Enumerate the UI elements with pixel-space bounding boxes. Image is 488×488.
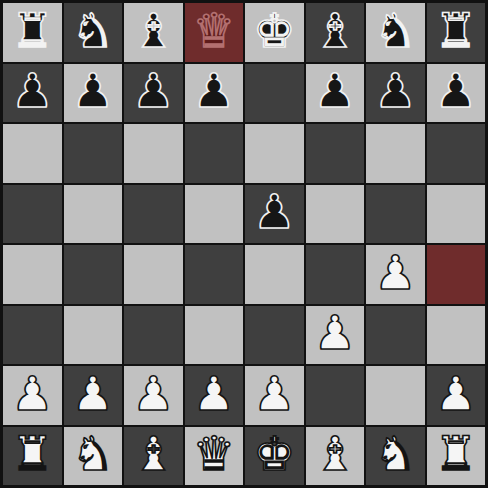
square-f5[interactable] [306,185,365,244]
square-e7[interactable] [245,64,304,123]
square-h7[interactable]: ♟ [427,64,486,123]
black-pawn-piece: ♟ [72,67,114,114]
square-d8[interactable]: ♛ [185,3,244,62]
square-b4[interactable] [64,245,123,304]
square-b6[interactable] [64,124,123,183]
square-d4[interactable] [185,245,244,304]
black-rook-piece: ♜ [11,7,53,54]
square-e5[interactable]: ♟ [245,185,304,244]
square-c5[interactable] [124,185,183,244]
square-c2[interactable]: ♟ [124,366,183,425]
black-pawn-piece: ♟ [435,67,477,114]
square-c3[interactable] [124,306,183,365]
square-h8[interactable]: ♜ [427,3,486,62]
white-pawn-piece: ♟ [314,309,356,356]
square-a5[interactable] [3,185,62,244]
square-e8[interactable]: ♚ [245,3,304,62]
black-bishop-piece: ♝ [132,7,174,54]
square-g3[interactable] [366,306,425,365]
square-a8[interactable]: ♜ [3,3,62,62]
square-c7[interactable]: ♟ [124,64,183,123]
white-king-piece: ♚ [253,430,295,477]
square-b5[interactable] [64,185,123,244]
square-c1[interactable]: ♝ [124,427,183,486]
black-knight-piece: ♞ [72,7,114,54]
square-d3[interactable] [185,306,244,365]
square-f7[interactable]: ♟ [306,64,365,123]
black-pawn-piece: ♟ [314,67,356,114]
square-a6[interactable] [3,124,62,183]
square-b8[interactable]: ♞ [64,3,123,62]
square-a1[interactable]: ♜ [3,427,62,486]
square-a3[interactable] [3,306,62,365]
white-bishop-piece: ♝ [314,430,356,477]
square-g1[interactable]: ♞ [366,427,425,486]
white-rook-piece: ♜ [435,430,477,477]
square-c6[interactable] [124,124,183,183]
square-g7[interactable]: ♟ [366,64,425,123]
black-bishop-piece: ♝ [314,7,356,54]
square-f6[interactable] [306,124,365,183]
square-e2[interactable]: ♟ [245,366,304,425]
square-d5[interactable] [185,185,244,244]
square-e4[interactable] [245,245,304,304]
black-rook-piece: ♜ [435,7,477,54]
square-a7[interactable]: ♟ [3,64,62,123]
black-king-piece: ♚ [253,7,295,54]
square-c4[interactable] [124,245,183,304]
square-d6[interactable] [185,124,244,183]
white-pawn-piece: ♟ [11,370,53,417]
white-pawn-piece: ♟ [72,370,114,417]
square-b7[interactable]: ♟ [64,64,123,123]
square-f4[interactable] [306,245,365,304]
square-f1[interactable]: ♝ [306,427,365,486]
white-pawn-piece: ♟ [132,370,174,417]
black-pawn-piece: ♟ [253,188,295,235]
square-h2[interactable]: ♟ [427,366,486,425]
white-pawn-piece: ♟ [253,370,295,417]
square-h6[interactable] [427,124,486,183]
white-knight-piece: ♞ [72,430,114,477]
square-f8[interactable]: ♝ [306,3,365,62]
white-knight-piece: ♞ [374,430,416,477]
square-d7[interactable]: ♟ [185,64,244,123]
square-b2[interactable]: ♟ [64,366,123,425]
black-queen-piece: ♛ [193,7,235,54]
chess-board: ♜♞♝♛♚♝♞♜♟♟♟♟♟♟♟♟♟♟♟♟♟♟♟♟♜♞♝♛♚♝♞♜ [0,0,488,488]
square-a4[interactable] [3,245,62,304]
square-h4[interactable] [427,245,486,304]
square-g4[interactable]: ♟ [366,245,425,304]
square-c8[interactable]: ♝ [124,3,183,62]
square-g2[interactable] [366,366,425,425]
square-g8[interactable]: ♞ [366,3,425,62]
white-rook-piece: ♜ [11,430,53,477]
white-queen-piece: ♛ [193,430,235,477]
square-e3[interactable] [245,306,304,365]
black-pawn-piece: ♟ [374,67,416,114]
square-h1[interactable]: ♜ [427,427,486,486]
square-g5[interactable] [366,185,425,244]
move-highlight-h4 [427,245,486,304]
square-g6[interactable] [366,124,425,183]
square-f3[interactable]: ♟ [306,306,365,365]
black-pawn-piece: ♟ [11,67,53,114]
white-pawn-piece: ♟ [374,249,416,296]
square-b1[interactable]: ♞ [64,427,123,486]
square-d1[interactable]: ♛ [185,427,244,486]
white-pawn-piece: ♟ [435,370,477,417]
square-b3[interactable] [64,306,123,365]
white-bishop-piece: ♝ [132,430,174,477]
black-pawn-piece: ♟ [132,67,174,114]
square-h5[interactable] [427,185,486,244]
square-f2[interactable] [306,366,365,425]
square-h3[interactable] [427,306,486,365]
square-e6[interactable] [245,124,304,183]
white-pawn-piece: ♟ [193,370,235,417]
square-e1[interactable]: ♚ [245,427,304,486]
black-pawn-piece: ♟ [193,67,235,114]
black-knight-piece: ♞ [374,7,416,54]
square-a2[interactable]: ♟ [3,366,62,425]
square-d2[interactable]: ♟ [185,366,244,425]
